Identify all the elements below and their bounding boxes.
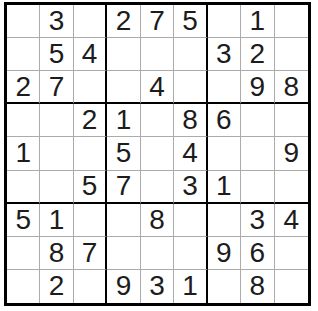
cell-r4c5[interactable] [141, 104, 174, 137]
given-digit-r8c3[interactable]: 7 [74, 237, 107, 270]
given-digit-r3c2[interactable]: 7 [40, 71, 73, 104]
cell-r4c2[interactable] [40, 104, 73, 137]
cell-r5c3[interactable] [74, 137, 107, 170]
cell-r5c7[interactable] [208, 137, 241, 170]
given-digit-r7c1[interactable]: 5 [7, 204, 40, 237]
cell-r5c2[interactable] [40, 137, 73, 170]
given-digit-r7c8[interactable]: 3 [241, 204, 274, 237]
cell-r2c6[interactable] [174, 38, 207, 71]
given-digit-r5c6[interactable]: 4 [174, 137, 207, 170]
cell-r6c5[interactable] [141, 171, 174, 204]
given-digit-r3c1[interactable]: 2 [7, 71, 40, 104]
given-digit-r8c7[interactable]: 9 [208, 237, 241, 270]
given-digit-r6c6[interactable]: 3 [174, 171, 207, 204]
given-digit-r2c2[interactable]: 5 [40, 38, 73, 71]
given-digit-r1c5[interactable]: 7 [141, 5, 174, 38]
cell-r4c9[interactable] [275, 104, 308, 137]
given-digit-r8c2[interactable]: 8 [40, 237, 73, 270]
given-digit-r5c4[interactable]: 5 [107, 137, 140, 170]
given-digit-r5c9[interactable]: 9 [275, 137, 308, 170]
cell-r1c1[interactable] [7, 5, 40, 38]
cell-r1c3[interactable] [74, 5, 107, 38]
given-digit-r4c3[interactable]: 2 [74, 104, 107, 137]
given-digit-r1c4[interactable]: 2 [107, 5, 140, 38]
cell-r3c4[interactable] [107, 71, 140, 104]
cell-r2c9[interactable] [275, 38, 308, 71]
cell-r6c8[interactable] [241, 171, 274, 204]
cell-r8c1[interactable] [7, 237, 40, 270]
cell-r9c7[interactable] [208, 270, 241, 303]
given-digit-r1c2[interactable]: 3 [40, 5, 73, 38]
cell-r1c9[interactable] [275, 5, 308, 38]
given-digit-r7c9[interactable]: 4 [275, 204, 308, 237]
given-digit-r5c1[interactable]: 1 [7, 137, 40, 170]
given-digit-r3c8[interactable]: 9 [241, 71, 274, 104]
cell-r4c8[interactable] [241, 104, 274, 137]
cell-r3c7[interactable] [208, 71, 241, 104]
cell-r7c4[interactable] [107, 204, 140, 237]
given-digit-r7c5[interactable]: 8 [141, 204, 174, 237]
cell-r2c1[interactable] [7, 38, 40, 71]
cell-r7c7[interactable] [208, 204, 241, 237]
cell-r6c1[interactable] [7, 171, 40, 204]
given-digit-r3c9[interactable]: 8 [275, 71, 308, 104]
given-digit-r9c2[interactable]: 2 [40, 270, 73, 303]
given-digit-r1c8[interactable]: 1 [241, 5, 274, 38]
cell-r8c4[interactable] [107, 237, 140, 270]
cell-r9c9[interactable] [275, 270, 308, 303]
cell-r5c5[interactable] [141, 137, 174, 170]
cell-r7c6[interactable] [174, 204, 207, 237]
given-digit-r4c7[interactable]: 6 [208, 104, 241, 137]
given-digit-r2c7[interactable]: 3 [208, 38, 241, 71]
given-digit-r6c4[interactable]: 7 [107, 171, 140, 204]
sudoku-board: 3275154322749821861549573151834879629318 [4, 2, 311, 306]
cell-r2c5[interactable] [141, 38, 174, 71]
cell-r6c2[interactable] [40, 171, 73, 204]
cell-r2c4[interactable] [107, 38, 140, 71]
given-digit-r4c6[interactable]: 8 [174, 104, 207, 137]
given-digit-r9c5[interactable]: 3 [141, 270, 174, 303]
cell-r9c3[interactable] [74, 270, 107, 303]
given-digit-r9c8[interactable]: 8 [241, 270, 274, 303]
given-digit-r6c3[interactable]: 5 [74, 171, 107, 204]
given-digit-r8c8[interactable]: 6 [241, 237, 274, 270]
given-digit-r4c4[interactable]: 1 [107, 104, 140, 137]
cell-r8c6[interactable] [174, 237, 207, 270]
cell-r3c3[interactable] [74, 71, 107, 104]
given-digit-r6c7[interactable]: 1 [208, 171, 241, 204]
given-digit-r7c2[interactable]: 1 [40, 204, 73, 237]
cell-r8c9[interactable] [275, 237, 308, 270]
sudoku-page: 3275154322749821861549573151834879629318 [0, 0, 318, 311]
given-digit-r9c4[interactable]: 9 [107, 270, 140, 303]
given-digit-r2c8[interactable]: 2 [241, 38, 274, 71]
given-digit-r2c3[interactable]: 4 [74, 38, 107, 71]
given-digit-r3c5[interactable]: 4 [141, 71, 174, 104]
given-digit-r1c6[interactable]: 5 [174, 5, 207, 38]
given-digit-r9c6[interactable]: 1 [174, 270, 207, 303]
cell-r7c3[interactable] [74, 204, 107, 237]
cell-r3c6[interactable] [174, 71, 207, 104]
cell-r8c5[interactable] [141, 237, 174, 270]
cell-r5c8[interactable] [241, 137, 274, 170]
cell-r1c7[interactable] [208, 5, 241, 38]
cell-r6c9[interactable] [275, 171, 308, 204]
cell-r9c1[interactable] [7, 270, 40, 303]
cell-r4c1[interactable] [7, 104, 40, 137]
